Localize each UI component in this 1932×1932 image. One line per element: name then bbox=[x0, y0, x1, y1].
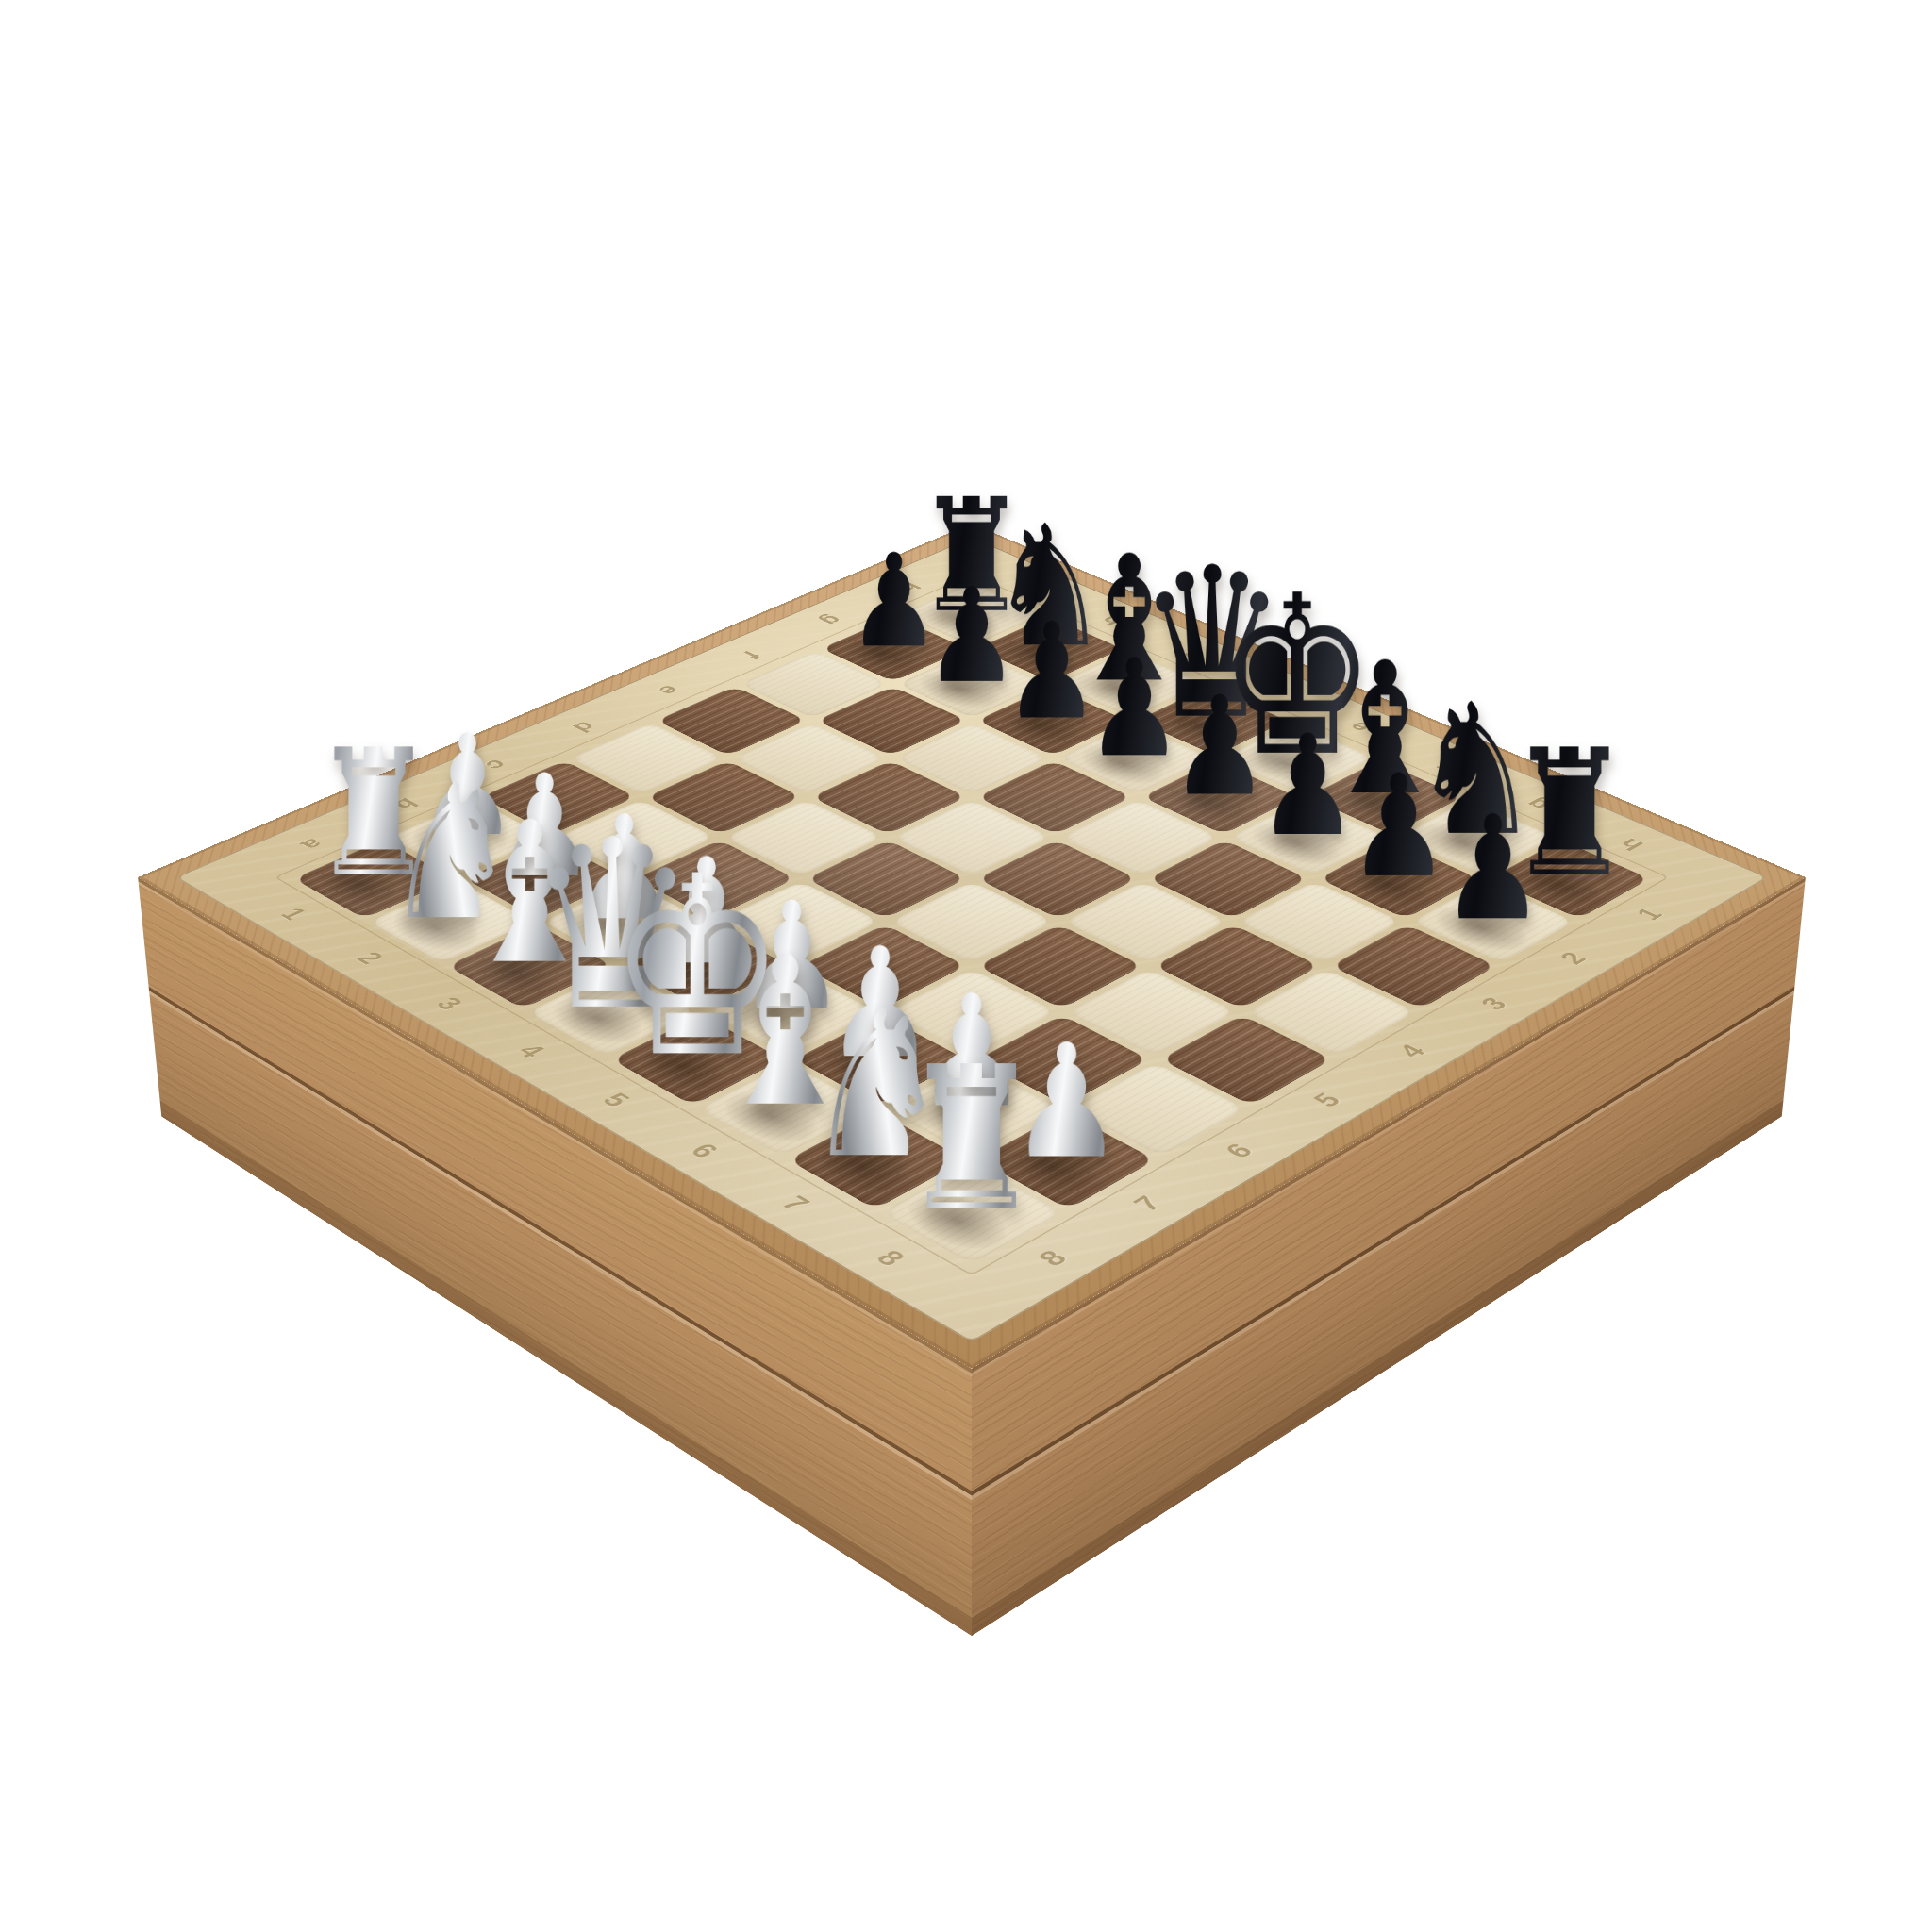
coordinate-label: 3 bbox=[1474, 993, 1514, 1014]
piece-white-rook: ♜ bbox=[843, 1041, 1100, 1239]
square-h7: ♟ bbox=[1406, 878, 1579, 965]
square-c5 bbox=[807, 758, 972, 838]
coordinate-label: 7 bbox=[774, 1191, 817, 1215]
coordinate-label: 2 bbox=[350, 948, 391, 968]
coordinate-label: 8 bbox=[869, 1246, 912, 1271]
coordinate-label: 5 bbox=[1307, 1090, 1348, 1111]
square-f5 bbox=[1058, 878, 1232, 965]
coordinate-label: 6 bbox=[683, 1140, 725, 1162]
coordinate-label: 4 bbox=[1391, 1041, 1433, 1061]
coordinate-label: 1 bbox=[274, 905, 313, 924]
chess-box: ♜♞♝♛♚♝♞♜♟♟♟♟♟♟♟♟♟♟♟♟♟♟♟♟♜♞♝♛♚♝♞♜ 1a2b3c4… bbox=[138, 524, 1806, 1369]
coordinate-label: 5 bbox=[595, 1090, 637, 1111]
coordinate-label: 3 bbox=[428, 993, 469, 1014]
coordinate-label: 1 bbox=[1630, 905, 1670, 924]
coordinate-label: 7 bbox=[1126, 1191, 1170, 1215]
coordinate-label: f bbox=[737, 648, 766, 661]
product-photo-scene: ♜♞♝♛♚♝♞♜♟♟♟♟♟♟♟♟♟♟♟♟♟♟♟♟♜♞♝♛♚♝♞♜ 1a2b3c4… bbox=[0, 0, 1932, 1932]
coordinate-label: 2 bbox=[1553, 948, 1593, 968]
coordinate-label: e bbox=[652, 682, 686, 698]
coordinate-label: 8 bbox=[1031, 1246, 1074, 1271]
piece-black-pawn: ♟ bbox=[1377, 796, 1607, 941]
coordinate-label: 6 bbox=[1218, 1140, 1260, 1162]
coordinate-label: 4 bbox=[510, 1041, 552, 1061]
dark-square bbox=[1331, 924, 1497, 1009]
